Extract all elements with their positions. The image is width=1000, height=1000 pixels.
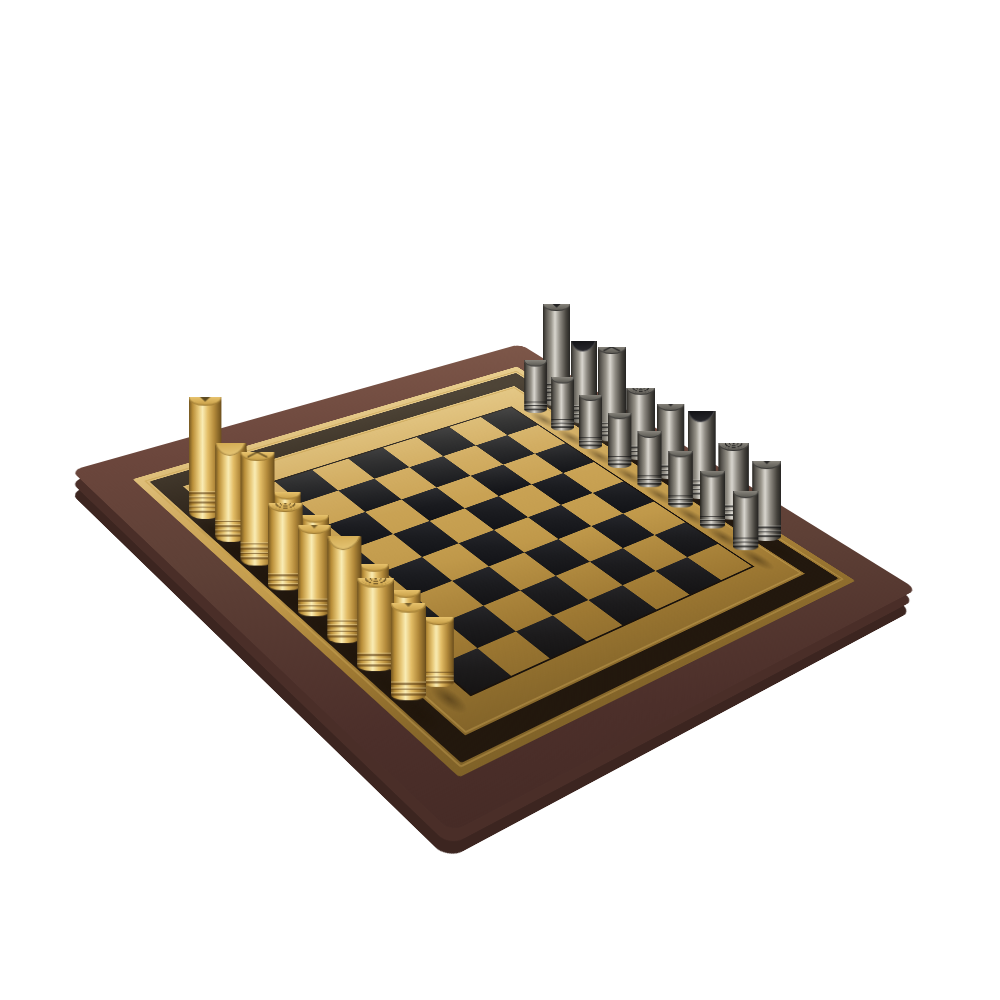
piece-base-rings [298, 596, 331, 612]
piece-top [524, 355, 547, 367]
piece-top [608, 407, 632, 419]
piece-body [391, 603, 427, 700]
piece-base-rings [608, 456, 632, 465]
piece-base-rings [551, 419, 574, 428]
piece-top [700, 464, 725, 477]
piece-top [543, 297, 571, 311]
knight-top-mark-icon [665, 401, 676, 407]
piece-top [626, 380, 655, 395]
piece-base-rings [357, 650, 394, 666]
dark-pawn-cylinder [551, 377, 574, 430]
piece-base-rings [391, 679, 427, 696]
piece-top [391, 582, 421, 597]
dark-pawn-cylinder [733, 491, 759, 550]
product-photo-scene [0, 0, 1000, 1000]
board-rotation-wrapper [0, 0, 1000, 1000]
piece-top [579, 389, 602, 401]
knight-top-mark-icon [761, 458, 773, 464]
gold-knight-cylinder [298, 525, 331, 616]
chess-board [71, 344, 917, 833]
perspective-container [0, 0, 1000, 1000]
piece-top [189, 389, 222, 406]
rook-top-mark-icon [629, 382, 652, 393]
rook-top-mark-icon [722, 438, 746, 449]
dark-pawn-cylinder [668, 451, 693, 508]
piece-top [637, 425, 661, 438]
queen-top-mark-icon [600, 343, 623, 350]
piece-base-rings [579, 437, 602, 446]
dark-pawn-cylinder [579, 395, 602, 449]
piece-base-rings [668, 495, 693, 505]
king-top-mark-icon [196, 393, 215, 401]
piece-body [424, 617, 454, 687]
piece-base-rings [700, 516, 725, 526]
piece-top [360, 556, 389, 571]
dark-pawn-cylinder [700, 471, 725, 529]
piece-top [752, 454, 781, 469]
gold-knight-cylinder [391, 603, 427, 700]
dark-pawn-cylinder [608, 413, 632, 468]
piece-top [301, 508, 329, 523]
piece-top [424, 609, 454, 625]
piece-top [551, 371, 574, 383]
piece-body [298, 525, 331, 616]
piece-base-rings [524, 401, 547, 410]
piece-top [668, 444, 693, 457]
piece-top [733, 485, 759, 498]
gold-pawn-cylinder [424, 617, 454, 687]
gold-rook-cylinder [357, 578, 394, 671]
piece-base-rings [424, 671, 454, 683]
piece-top [657, 396, 685, 410]
piece-top [273, 485, 300, 499]
piece-base-rings [733, 537, 759, 547]
queen-top-mark-icon [244, 448, 271, 457]
piece-base-rings [637, 475, 661, 485]
dark-pawn-cylinder [637, 431, 661, 487]
dark-pawn-cylinder [524, 360, 547, 413]
king-top-mark-icon [549, 301, 565, 308]
piece-body [357, 578, 394, 671]
